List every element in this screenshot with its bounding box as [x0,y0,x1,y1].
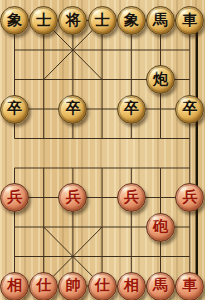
piece-glyph: 兵 [65,190,80,205]
red-general[interactable]: 帥 [58,272,87,300]
black-soldier[interactable]: 卒 [175,95,204,124]
piece-glyph: 砲 [153,219,168,234]
red-soldier[interactable]: 兵 [0,183,29,212]
black-elephant[interactable]: 象 [0,6,29,35]
piece-glyph: 相 [124,278,139,293]
black-chariot[interactable]: 車 [175,6,204,35]
xiangqi-app: 象士将士象馬車炮卒卒卒卒兵兵兵兵砲相仕帥仕相馬車 [0,0,205,300]
piece-glyph: 卒 [65,101,80,116]
piece-glyph: 士 [95,13,110,28]
piece-glyph: 車 [182,13,197,28]
piece-glyph: 士 [36,13,51,28]
piece-glyph: 象 [7,13,22,28]
piece-glyph: 車 [182,278,197,293]
black-advisor[interactable]: 士 [88,6,117,35]
red-elephant[interactable]: 相 [0,272,29,300]
red-horse[interactable]: 馬 [146,272,175,300]
red-advisor[interactable]: 仕 [88,272,117,300]
piece-glyph: 兵 [7,190,22,205]
piece-glyph: 馬 [153,278,168,293]
piece-glyph: 仕 [95,278,110,293]
piece-glyph: 卒 [124,101,139,116]
black-horse[interactable]: 馬 [146,6,175,35]
black-general[interactable]: 将 [58,6,87,35]
red-soldier[interactable]: 兵 [117,183,146,212]
piece-glyph: 兵 [124,190,139,205]
xiangqi-board[interactable]: 象士将士象馬車炮卒卒卒卒兵兵兵兵砲相仕帥仕相馬車 [0,6,204,300]
red-elephant[interactable]: 相 [117,272,146,300]
black-cannon[interactable]: 炮 [146,65,175,94]
piece-glyph: 卒 [7,101,22,116]
piece-glyph: 象 [124,13,139,28]
piece-glyph: 仕 [36,278,51,293]
piece-glyph: 馬 [153,13,168,28]
piece-glyph: 帥 [65,278,80,293]
red-soldier[interactable]: 兵 [58,183,87,212]
red-soldier[interactable]: 兵 [175,183,204,212]
piece-glyph: 相 [7,278,22,293]
piece-glyph: 卒 [182,101,197,116]
black-soldier[interactable]: 卒 [58,95,87,124]
piece-glyph: 炮 [153,72,168,87]
black-soldier[interactable]: 卒 [0,95,29,124]
red-chariot[interactable]: 車 [175,272,204,300]
black-advisor[interactable]: 士 [29,6,58,35]
black-elephant[interactable]: 象 [117,6,146,35]
piece-glyph: 兵 [182,190,197,205]
red-advisor[interactable]: 仕 [29,272,58,300]
red-cannon[interactable]: 砲 [146,213,175,242]
piece-glyph: 将 [65,13,80,28]
black-soldier[interactable]: 卒 [117,95,146,124]
